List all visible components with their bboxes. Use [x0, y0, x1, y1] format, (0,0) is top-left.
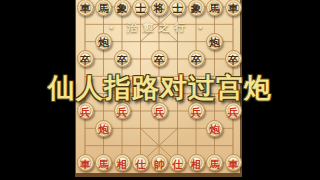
video-title: 仙人指路对过宫炮 [0, 71, 320, 105]
piece-glyph: 仕 [135, 158, 146, 169]
piece-black-elephant[interactable]: 象 [114, 0, 131, 16]
piece-black-general[interactable]: 将 [151, 0, 168, 16]
piece-glyph: 将 [154, 2, 165, 13]
piece-glyph: 卒 [191, 54, 202, 65]
piece-black-advisor[interactable]: 士 [169, 0, 186, 16]
piece-black-horse[interactable]: 馬 [95, 0, 112, 16]
piece-glyph: 馬 [98, 2, 109, 13]
piece-black-advisor[interactable]: 士 [132, 0, 149, 16]
piece-red-horse[interactable]: 馬 [95, 154, 112, 171]
piece-glyph: 仕 [172, 158, 183, 169]
thumbnail-stage: 車馬象士将士象馬車炮炮卒卒卒卒卒兵兵兵兵兵炮炮車馬相仕帥仕相馬車 • 治愈之行 … [0, 0, 320, 180]
piece-glyph: 士 [172, 2, 183, 13]
piece-black-rook[interactable]: 車 [225, 0, 242, 16]
piece-glyph: 帥 [154, 158, 165, 169]
piece-red-soldier[interactable]: 兵 [188, 102, 205, 119]
piece-glyph: 卒 [117, 54, 128, 65]
piece-black-horse[interactable]: 馬 [206, 0, 223, 16]
piece-glyph: 卒 [80, 54, 91, 65]
piece-black-elephant[interactable]: 象 [188, 0, 205, 16]
piece-glyph: 兵 [117, 106, 128, 117]
piece-black-rook[interactable]: 車 [77, 0, 94, 16]
piece-glyph: 象 [191, 2, 202, 13]
piece-glyph: 馬 [209, 158, 220, 169]
piece-red-horse[interactable]: 馬 [206, 154, 223, 171]
piece-glyph: 馬 [98, 158, 109, 169]
piece-black-soldier[interactable]: 卒 [188, 50, 205, 67]
piece-glyph: 兵 [191, 106, 202, 117]
piece-red-cannon[interactable]: 炮 [206, 120, 223, 137]
piece-red-soldier[interactable]: 兵 [151, 102, 168, 119]
piece-red-general[interactable]: 帥 [151, 154, 168, 171]
piece-black-soldier[interactable]: 卒 [77, 50, 94, 67]
piece-glyph: 炮 [209, 124, 220, 135]
piece-black-soldier[interactable]: 卒 [114, 50, 131, 67]
piece-black-cannon[interactable]: 炮 [206, 33, 223, 50]
piece-glyph: 象 [117, 2, 128, 13]
piece-glyph: 士 [135, 2, 146, 13]
channel-caption: • 治愈之行 • [75, 20, 242, 34]
piece-red-elephant[interactable]: 相 [188, 154, 205, 171]
piece-red-rook[interactable]: 車 [77, 154, 94, 171]
piece-glyph: 車 [80, 2, 91, 13]
piece-red-advisor[interactable]: 仕 [169, 154, 186, 171]
piece-red-advisor[interactable]: 仕 [132, 154, 149, 171]
piece-red-rook[interactable]: 車 [225, 154, 242, 171]
piece-glyph: 車 [80, 158, 91, 169]
piece-black-cannon[interactable]: 炮 [95, 33, 112, 50]
piece-black-soldier[interactable]: 卒 [225, 50, 242, 67]
piece-red-cannon[interactable]: 炮 [95, 120, 112, 137]
piece-glyph: 兵 [154, 106, 165, 117]
piece-red-soldier[interactable]: 兵 [77, 102, 94, 119]
piece-glyph: 馬 [209, 2, 220, 13]
piece-glyph: 相 [117, 158, 128, 169]
piece-glyph: 車 [228, 2, 239, 13]
piece-glyph: 卒 [154, 54, 165, 65]
piece-black-soldier[interactable]: 卒 [151, 50, 168, 67]
piece-red-soldier[interactable]: 兵 [114, 102, 131, 119]
piece-glyph: 炮 [98, 37, 109, 48]
piece-glyph: 兵 [228, 106, 239, 117]
piece-glyph: 車 [228, 158, 239, 169]
piece-red-elephant[interactable]: 相 [114, 154, 131, 171]
piece-glyph: 兵 [80, 106, 91, 117]
piece-red-soldier[interactable]: 兵 [225, 102, 242, 119]
piece-glyph: 炮 [209, 37, 220, 48]
piece-glyph: 卒 [228, 54, 239, 65]
piece-glyph: 炮 [98, 124, 109, 135]
piece-glyph: 相 [191, 158, 202, 169]
